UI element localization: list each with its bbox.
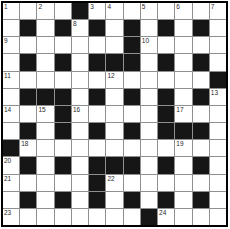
block-cell (158, 20, 174, 36)
crossword-cell[interactable] (72, 72, 88, 88)
crossword-cell[interactable] (210, 157, 226, 173)
crossword-cell[interactable] (106, 209, 122, 225)
block-cell (124, 157, 140, 173)
crossword-cell[interactable]: 8 (72, 20, 88, 36)
block-cell (141, 209, 157, 225)
crossword-cell[interactable] (193, 209, 209, 225)
crossword-cell[interactable] (72, 175, 88, 191)
block-cell (20, 20, 36, 36)
crossword-cell[interactable] (3, 192, 19, 208)
crossword-cell[interactable]: 14 (3, 106, 19, 122)
block-cell (158, 106, 174, 122)
clue-number: 1 (4, 3, 8, 10)
crossword-cell[interactable] (210, 123, 226, 139)
clue-number: 23 (4, 209, 11, 216)
crossword-cell[interactable] (55, 209, 71, 225)
crossword-cell[interactable] (158, 72, 174, 88)
clue-number: 16 (73, 106, 80, 113)
crossword-cell[interactable] (158, 140, 174, 156)
block-cell (89, 192, 105, 208)
block-cell (55, 20, 71, 36)
crossword-cell[interactable] (210, 54, 226, 70)
crossword-cell[interactable]: 3 (89, 3, 105, 19)
crossword-cell[interactable] (141, 123, 157, 139)
crossword-cell[interactable] (37, 157, 53, 173)
crossword-cell[interactable] (89, 37, 105, 53)
crossword-cell[interactable] (175, 89, 191, 105)
crossword-cell[interactable] (106, 123, 122, 139)
crossword-cell[interactable] (158, 175, 174, 191)
crossword-cell[interactable] (106, 192, 122, 208)
clue-number: 17 (176, 106, 183, 113)
crossword-cell[interactable] (158, 37, 174, 53)
crossword-cell[interactable] (106, 20, 122, 36)
block-cell (158, 157, 174, 173)
block-cell (106, 54, 122, 70)
crossword-cell[interactable] (106, 37, 122, 53)
crossword-cell[interactable] (141, 140, 157, 156)
clue-number: 6 (176, 3, 180, 10)
crossword-cell[interactable] (37, 192, 53, 208)
crossword-cell[interactable] (193, 140, 209, 156)
block-cell (193, 157, 209, 173)
crossword-cell[interactable] (193, 175, 209, 191)
crossword-cell[interactable] (210, 140, 226, 156)
block-cell (124, 54, 140, 70)
crossword-cell[interactable] (175, 72, 191, 88)
crossword-cell[interactable] (3, 89, 19, 105)
block-cell (55, 157, 71, 173)
crossword-cell[interactable] (193, 72, 209, 88)
crossword-cell[interactable]: 22 (106, 175, 122, 191)
crossword-cell[interactable] (193, 106, 209, 122)
crossword-cell[interactable] (37, 20, 53, 36)
crossword-cell[interactable] (124, 3, 140, 19)
block-cell (55, 123, 71, 139)
block-cell (55, 54, 71, 70)
block-cell (89, 54, 105, 70)
crossword-cell[interactable] (106, 106, 122, 122)
clue-number: 10 (142, 37, 149, 44)
crossword-cell[interactable] (37, 209, 53, 225)
crossword-cell[interactable] (141, 175, 157, 191)
clue-number: 11 (4, 72, 11, 79)
crossword-cell[interactable] (141, 192, 157, 208)
block-cell (20, 54, 36, 70)
block-cell (124, 20, 140, 36)
crossword-cell[interactable] (55, 175, 71, 191)
crossword-cell[interactable] (20, 3, 36, 19)
crossword-cell[interactable] (3, 20, 19, 36)
crossword-cell[interactable]: 15 (37, 106, 53, 122)
block-cell (89, 175, 105, 191)
crossword-cell[interactable] (210, 106, 226, 122)
crossword-cell[interactable] (72, 209, 88, 225)
clue-number: 9 (4, 37, 8, 44)
block-cell (158, 54, 174, 70)
block-cell (175, 123, 191, 139)
block-cell (55, 106, 71, 122)
crossword-cell[interactable] (37, 72, 53, 88)
crossword-cell[interactable] (37, 123, 53, 139)
block-cell (106, 157, 122, 173)
block-cell (158, 192, 174, 208)
clue-number: 3 (90, 3, 94, 10)
crossword-cell[interactable] (89, 106, 105, 122)
clue-number: 4 (107, 3, 111, 10)
block-cell (89, 157, 105, 173)
crossword-cell[interactable] (193, 3, 209, 19)
crossword-cell[interactable] (37, 37, 53, 53)
crossword-cell[interactable] (106, 140, 122, 156)
block-cell (124, 123, 140, 139)
crossword-cell[interactable] (72, 89, 88, 105)
crossword-cell[interactable] (175, 209, 191, 225)
crossword-cell[interactable] (72, 54, 88, 70)
clue-number: 13 (211, 89, 218, 96)
crossword-cell[interactable]: 17 (175, 106, 191, 122)
crossword-cell[interactable] (175, 20, 191, 36)
crossword-cell[interactable] (3, 123, 19, 139)
crossword-cell[interactable] (141, 157, 157, 173)
block-cell (193, 123, 209, 139)
crossword-cell[interactable] (55, 37, 71, 53)
crossword-cell[interactable] (72, 123, 88, 139)
crossword-cell[interactable] (158, 3, 174, 19)
clue-number: 14 (4, 106, 11, 113)
block-cell (210, 72, 226, 88)
block-cell (20, 89, 36, 105)
block-cell (158, 89, 174, 105)
block-cell (20, 157, 36, 173)
crossword-cell[interactable] (210, 209, 226, 225)
crossword-cell[interactable] (3, 54, 19, 70)
block-cell (20, 192, 36, 208)
clue-number: 22 (107, 175, 114, 182)
crossword-cell[interactable] (72, 37, 88, 53)
crossword-cell[interactable] (210, 20, 226, 36)
crossword-cell[interactable] (20, 175, 36, 191)
block-cell (89, 20, 105, 36)
block-cell (89, 123, 105, 139)
crossword-cell[interactable] (175, 37, 191, 53)
crossword-cell[interactable]: 4 (106, 3, 122, 19)
crossword-cell[interactable] (141, 72, 157, 88)
crossword-cell[interactable] (89, 140, 105, 156)
crossword-cell[interactable]: 19 (175, 140, 191, 156)
crossword-cell[interactable]: 21 (3, 175, 19, 191)
crossword-cell[interactable]: 2 (37, 3, 53, 19)
crossword-grid: 123456789101112131415161718192021222324 (1, 1, 228, 227)
crossword-cell[interactable] (89, 209, 105, 225)
block-cell (193, 54, 209, 70)
crossword-cell[interactable] (55, 140, 71, 156)
crossword-cell[interactable] (175, 54, 191, 70)
crossword-cell[interactable] (210, 37, 226, 53)
crossword-cell[interactable]: 7 (210, 3, 226, 19)
crossword-cell[interactable]: 24 (158, 209, 174, 225)
crossword-cell[interactable]: 11 (3, 72, 19, 88)
crossword-cell[interactable] (124, 209, 140, 225)
crossword-cell[interactable]: 16 (72, 106, 88, 122)
crossword-cell[interactable]: 10 (141, 37, 157, 53)
crossword-cell[interactable] (20, 209, 36, 225)
crossword-cell[interactable] (72, 157, 88, 173)
crossword-cell[interactable] (141, 54, 157, 70)
block-cell (124, 37, 140, 53)
crossword-cell[interactable] (124, 140, 140, 156)
clue-number: 20 (4, 157, 11, 164)
block-cell (124, 89, 140, 105)
crossword-cell[interactable] (20, 72, 36, 88)
crossword-cell[interactable] (37, 175, 53, 191)
crossword-cell[interactable] (141, 20, 157, 36)
clue-number: 21 (4, 175, 11, 182)
crossword-cell[interactable] (175, 157, 191, 173)
clue-number: 7 (211, 3, 215, 10)
clue-number: 2 (38, 3, 42, 10)
block-cell (55, 89, 71, 105)
block-cell (193, 20, 209, 36)
crossword-cell[interactable]: 5 (141, 3, 157, 19)
clue-number: 8 (73, 20, 77, 27)
crossword-cell[interactable] (175, 175, 191, 191)
clue-number: 12 (107, 72, 114, 79)
clue-number: 18 (21, 140, 28, 147)
crossword-cell[interactable] (210, 192, 226, 208)
page-background: 123456789101112131415161718192021222324 (0, 0, 230, 229)
clue-number: 19 (176, 140, 183, 147)
crossword-cell[interactable]: 12 (106, 72, 122, 88)
crossword-cell[interactable]: 23 (3, 209, 19, 225)
crossword-cell[interactable] (106, 89, 122, 105)
crossword-cell[interactable]: 1 (3, 3, 19, 19)
crossword-cell[interactable] (124, 175, 140, 191)
crossword-cell[interactable] (20, 37, 36, 53)
crossword-cell[interactable] (210, 175, 226, 191)
crossword-cell[interactable] (124, 106, 140, 122)
crossword-cell[interactable] (141, 89, 157, 105)
block-cell (193, 89, 209, 105)
crossword-cell[interactable]: 9 (3, 37, 19, 53)
crossword-cell[interactable] (193, 37, 209, 53)
block-cell (55, 192, 71, 208)
crossword-cell[interactable] (55, 3, 71, 19)
block-cell (89, 89, 105, 105)
block-cell (37, 89, 53, 105)
crossword-cell[interactable]: 20 (3, 157, 19, 173)
crossword-cell[interactable] (124, 72, 140, 88)
block-cell (193, 192, 209, 208)
crossword-cell[interactable] (89, 72, 105, 88)
crossword-cell[interactable] (175, 192, 191, 208)
crossword-cell[interactable] (37, 54, 53, 70)
crossword-cell[interactable] (55, 72, 71, 88)
block-cell (3, 140, 19, 156)
crossword-cell[interactable] (72, 192, 88, 208)
clue-number: 5 (142, 3, 146, 10)
crossword-cell[interactable]: 13 (210, 89, 226, 105)
crossword-cell[interactable] (72, 140, 88, 156)
crossword-cell[interactable] (141, 106, 157, 122)
block-cell (158, 123, 174, 139)
crossword-cell[interactable]: 6 (175, 3, 191, 19)
clue-number: 15 (38, 106, 45, 113)
clue-number: 24 (159, 209, 166, 216)
block-cell (20, 123, 36, 139)
block-cell (124, 192, 140, 208)
block-cell (72, 3, 88, 19)
crossword-cell[interactable] (37, 140, 53, 156)
crossword-cell[interactable] (20, 106, 36, 122)
crossword-cell[interactable]: 18 (20, 140, 36, 156)
